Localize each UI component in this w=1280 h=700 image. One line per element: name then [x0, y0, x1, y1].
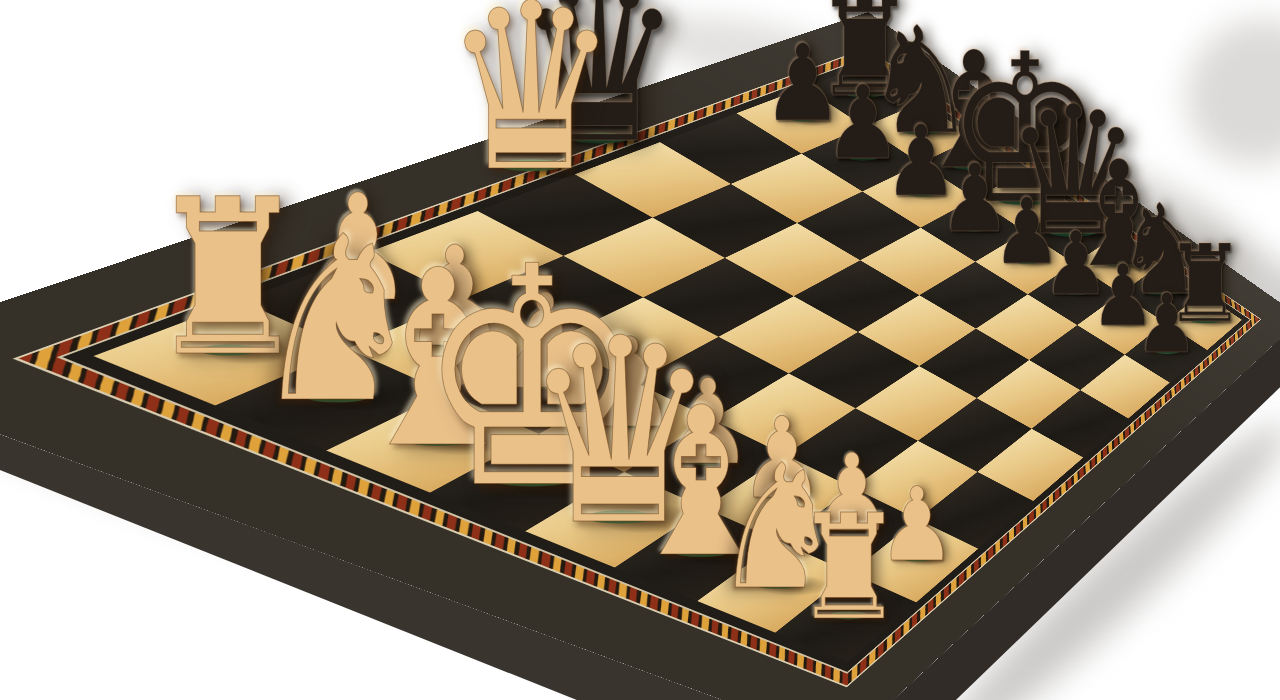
- piece-white-queen-spare[interactable]: ♛: [443, 0, 619, 204]
- piece-black-pawn-a7[interactable]: ♟: [1136, 283, 1199, 365]
- product-photo-scene: ♜♞♝♛♚♝♞♜♟♟♟♟♟♟♟♟♟♟♟♟♟♟♟♟♜♞♝♛♚♝♞♜♛♛: [0, 0, 1280, 700]
- piece-white-rook-a1[interactable]: ♜: [794, 495, 905, 640]
